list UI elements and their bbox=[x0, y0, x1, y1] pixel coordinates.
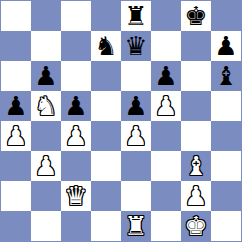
square-f8[interactable] bbox=[151, 1, 181, 31]
square-a5[interactable]: ♟ bbox=[1, 91, 31, 121]
square-f6[interactable]: ♟ bbox=[151, 61, 181, 91]
black-knight-piece: ♞ bbox=[94, 31, 117, 61]
square-c1[interactable] bbox=[61, 211, 91, 241]
square-f5[interactable]: ♟ bbox=[151, 91, 181, 121]
square-b6[interactable]: ♟ bbox=[31, 61, 61, 91]
square-b7[interactable] bbox=[31, 31, 61, 61]
square-g5[interactable] bbox=[181, 91, 211, 121]
square-d7[interactable]: ♞ bbox=[91, 31, 121, 61]
square-a8[interactable] bbox=[1, 1, 31, 31]
square-c3[interactable] bbox=[61, 151, 91, 181]
white-pawn-piece: ♟ bbox=[154, 91, 177, 121]
square-d2[interactable] bbox=[91, 181, 121, 211]
square-e2[interactable] bbox=[121, 181, 151, 211]
black-pawn-piece: ♟ bbox=[154, 61, 177, 91]
white-pawn-piece: ♟ bbox=[184, 181, 207, 211]
square-a3[interactable] bbox=[1, 151, 31, 181]
square-b8[interactable] bbox=[31, 1, 61, 31]
square-a1[interactable] bbox=[1, 211, 31, 241]
square-d4[interactable] bbox=[91, 121, 121, 151]
square-c7[interactable] bbox=[61, 31, 91, 61]
black-pawn-piece: ♟ bbox=[64, 91, 87, 121]
square-b3[interactable]: ♟ bbox=[31, 151, 61, 181]
square-c2[interactable]: ♛ bbox=[61, 181, 91, 211]
black-pawn-piece: ♟ bbox=[124, 91, 147, 121]
white-pawn-piece: ♟ bbox=[4, 121, 27, 151]
square-e6[interactable] bbox=[121, 61, 151, 91]
black-bishop-piece: ♝ bbox=[214, 61, 237, 91]
black-pawn-piece: ♟ bbox=[34, 61, 57, 91]
square-h4[interactable] bbox=[211, 121, 241, 151]
square-h7[interactable]: ♟ bbox=[211, 31, 241, 61]
square-c5[interactable]: ♟ bbox=[61, 91, 91, 121]
white-king-piece: ♚ bbox=[184, 211, 207, 241]
square-d1[interactable] bbox=[91, 211, 121, 241]
black-pawn-piece: ♟ bbox=[4, 91, 27, 121]
square-a4[interactable]: ♟ bbox=[1, 121, 31, 151]
square-a6[interactable] bbox=[1, 61, 31, 91]
white-queen-piece: ♛ bbox=[64, 181, 87, 211]
white-pawn-piece: ♟ bbox=[64, 121, 87, 151]
square-g3[interactable]: ♝ bbox=[181, 151, 211, 181]
square-d3[interactable] bbox=[91, 151, 121, 181]
square-c6[interactable] bbox=[61, 61, 91, 91]
square-h6[interactable]: ♝ bbox=[211, 61, 241, 91]
square-f2[interactable] bbox=[151, 181, 181, 211]
white-rook-piece: ♜ bbox=[124, 211, 147, 241]
square-a2[interactable] bbox=[1, 181, 31, 211]
square-c4[interactable]: ♟ bbox=[61, 121, 91, 151]
square-g6[interactable] bbox=[181, 61, 211, 91]
square-b1[interactable] bbox=[31, 211, 61, 241]
white-bishop-piece: ♝ bbox=[184, 151, 207, 181]
square-e4[interactable]: ♟ bbox=[121, 121, 151, 151]
chessboard: ♜♚♞♛♟♟♟♝♟♞♟♟♟♟♟♟♟♝♛♟♜♚ bbox=[0, 0, 242, 242]
square-c8[interactable] bbox=[61, 1, 91, 31]
square-e8[interactable]: ♜ bbox=[121, 1, 151, 31]
square-e3[interactable] bbox=[121, 151, 151, 181]
square-g1[interactable]: ♚ bbox=[181, 211, 211, 241]
square-h5[interactable] bbox=[211, 91, 241, 121]
square-b5[interactable]: ♞ bbox=[31, 91, 61, 121]
black-king-piece: ♚ bbox=[184, 1, 207, 31]
square-h2[interactable] bbox=[211, 181, 241, 211]
square-g7[interactable] bbox=[181, 31, 211, 61]
square-f1[interactable] bbox=[151, 211, 181, 241]
black-pawn-piece: ♟ bbox=[214, 31, 237, 61]
square-d5[interactable] bbox=[91, 91, 121, 121]
square-b2[interactable] bbox=[31, 181, 61, 211]
square-g2[interactable]: ♟ bbox=[181, 181, 211, 211]
square-g8[interactable]: ♚ bbox=[181, 1, 211, 31]
square-d6[interactable] bbox=[91, 61, 121, 91]
square-e7[interactable]: ♛ bbox=[121, 31, 151, 61]
square-f4[interactable] bbox=[151, 121, 181, 151]
square-b4[interactable] bbox=[31, 121, 61, 151]
white-pawn-piece: ♟ bbox=[124, 121, 147, 151]
square-e1[interactable]: ♜ bbox=[121, 211, 151, 241]
white-pawn-piece: ♟ bbox=[34, 151, 57, 181]
black-rook-piece: ♜ bbox=[124, 1, 147, 31]
square-e5[interactable]: ♟ bbox=[121, 91, 151, 121]
black-queen-piece: ♛ bbox=[124, 31, 147, 61]
square-h8[interactable] bbox=[211, 1, 241, 31]
square-g4[interactable] bbox=[181, 121, 211, 151]
square-f7[interactable] bbox=[151, 31, 181, 61]
square-d8[interactable] bbox=[91, 1, 121, 31]
square-h1[interactable] bbox=[211, 211, 241, 241]
white-knight-piece: ♞ bbox=[34, 91, 57, 121]
square-h3[interactable] bbox=[211, 151, 241, 181]
square-a7[interactable] bbox=[1, 31, 31, 61]
square-f3[interactable] bbox=[151, 151, 181, 181]
